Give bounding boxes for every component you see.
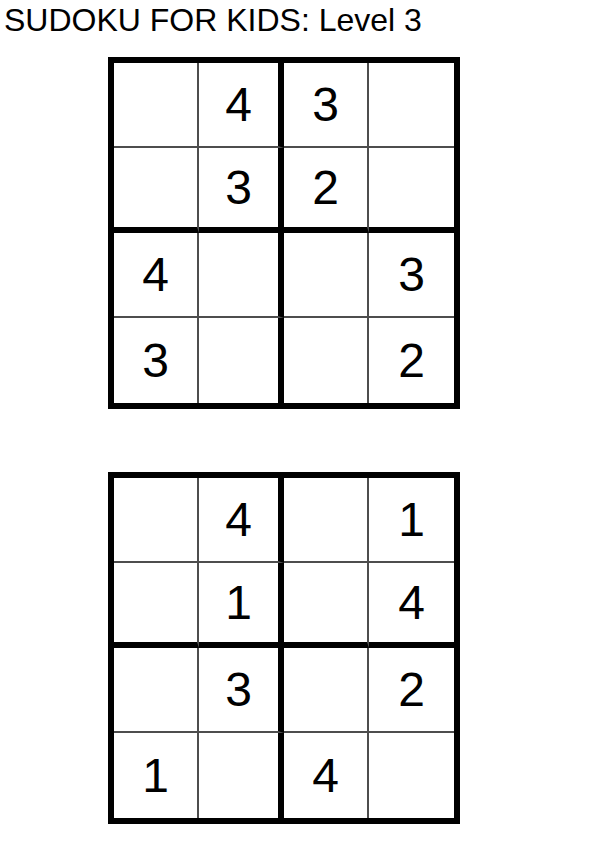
board2-cell-r2c3[interactable] [284, 563, 369, 648]
board1-cell-r1c1[interactable] [114, 63, 199, 148]
board1-cell-r4c2[interactable] [199, 318, 284, 403]
board1-cell-r2c1[interactable] [114, 148, 199, 233]
board1-cell-r2c4[interactable] [369, 148, 454, 233]
board2-cell-r2c1[interactable] [114, 563, 199, 648]
board1-cell-r4c3[interactable] [284, 318, 369, 403]
board1-cell-r3c2[interactable] [199, 233, 284, 318]
board2-cell-r4c4[interactable] [369, 733, 454, 818]
sudoku-board-1: 4 3 3 2 4 3 3 2 [108, 57, 460, 409]
board2-cell-r4c2[interactable] [199, 733, 284, 818]
board1-cell-r2c2[interactable]: 3 [199, 148, 284, 233]
board2-cell-r3c4[interactable]: 2 [369, 648, 454, 733]
board1-cell-r1c4[interactable] [369, 63, 454, 148]
board2-cell-r3c2[interactable]: 3 [199, 648, 284, 733]
board2-cell-r1c3[interactable] [284, 478, 369, 563]
board2-cell-r3c3[interactable] [284, 648, 369, 733]
board2-cell-r4c1[interactable]: 1 [114, 733, 199, 818]
board2-cell-r4c3[interactable]: 4 [284, 733, 369, 818]
board1-cell-r3c3[interactable] [284, 233, 369, 318]
board1-cell-r1c3[interactable]: 3 [284, 63, 369, 148]
board2-cell-r1c4[interactable]: 1 [369, 478, 454, 563]
sudoku-board-2: 4 1 1 4 3 2 1 4 [108, 472, 460, 824]
page-title: SUDOKU FOR KIDS: Level 3 [4, 2, 422, 39]
board2-cell-r3c1[interactable] [114, 648, 199, 733]
board2-cell-r1c2[interactable]: 4 [199, 478, 284, 563]
board2-cell-r2c2[interactable]: 1 [199, 563, 284, 648]
board2-cell-r2c4[interactable]: 4 [369, 563, 454, 648]
board1-cell-r1c2[interactable]: 4 [199, 63, 284, 148]
board2-cell-r1c1[interactable] [114, 478, 199, 563]
board1-cell-r3c1[interactable]: 4 [114, 233, 199, 318]
board1-cell-r3c4[interactable]: 3 [369, 233, 454, 318]
board1-cell-r2c3[interactable]: 2 [284, 148, 369, 233]
board1-cell-r4c4[interactable]: 2 [369, 318, 454, 403]
board1-cell-r4c1[interactable]: 3 [114, 318, 199, 403]
